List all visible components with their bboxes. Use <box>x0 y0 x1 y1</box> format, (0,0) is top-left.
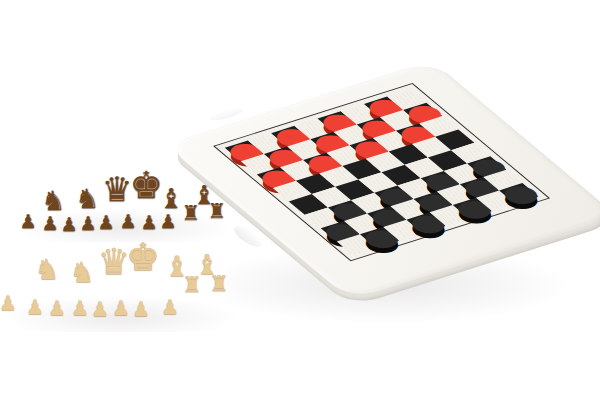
dark-wood-king[interactable]: ♚ <box>129 167 162 204</box>
dark-wood-pawn[interactable]: ♟ <box>41 214 58 233</box>
dark-wood-pawn[interactable]: ♟ <box>60 215 77 234</box>
dark-wood-pawn[interactable]: ♟ <box>140 213 157 232</box>
dark-wood-queen[interactable]: ♛ <box>102 172 132 206</box>
dark-wood-pawn[interactable]: ♟ <box>97 213 114 232</box>
dark-wood-pawn[interactable]: ♟ <box>19 212 36 231</box>
dark-wood-pawn[interactable]: ♟ <box>119 212 136 231</box>
light-wood-knight[interactable]: ♞ <box>34 256 59 284</box>
light-wood-pawn[interactable]: ♟ <box>0 293 17 313</box>
dark-wood-knight[interactable]: ♞ <box>41 187 65 214</box>
light-wood-pawn[interactable]: ♟ <box>161 297 179 317</box>
dark-wood-knight[interactable]: ♞ <box>75 185 99 212</box>
scene: ●●●●●●●●●●●●●●●●●●●●●●●●●●●●●●●●●●●●●●●●… <box>0 0 600 400</box>
dark-wood-bishop[interactable]: ♝ <box>159 185 183 212</box>
light-wood-pawn[interactable]: ♟ <box>132 299 150 319</box>
board-3d: ●●●●●●●●●●●●●●●●●●●●●●●●●●●●●●●●●●●●●●●●… <box>213 83 550 261</box>
light-wood-rook[interactable]: ♜ <box>209 273 229 295</box>
light-wood-rook[interactable]: ♜ <box>182 274 202 296</box>
dark-wood-pawn[interactable]: ♟ <box>79 214 96 233</box>
light-wood-pawn[interactable]: ♟ <box>71 298 89 318</box>
square-h1[interactable]: ●● <box>499 183 538 204</box>
light-wood-pawn[interactable]: ♟ <box>26 297 44 317</box>
light-wood-knight[interactable]: ♞ <box>69 259 94 287</box>
dark-wood-rook[interactable]: ♜ <box>208 201 227 222</box>
light-wood-pawn[interactable]: ♟ <box>112 298 130 318</box>
light-wood-king[interactable]: ♚ <box>126 238 160 276</box>
dark-wood-rook[interactable]: ♜ <box>182 203 201 224</box>
light-wood-pawn[interactable]: ♟ <box>91 299 109 319</box>
dark-wood-pawn[interactable]: ♟ <box>159 212 176 231</box>
light-wood-pawn[interactable]: ♟ <box>48 298 66 318</box>
tray-finger-notch-far <box>206 106 246 123</box>
